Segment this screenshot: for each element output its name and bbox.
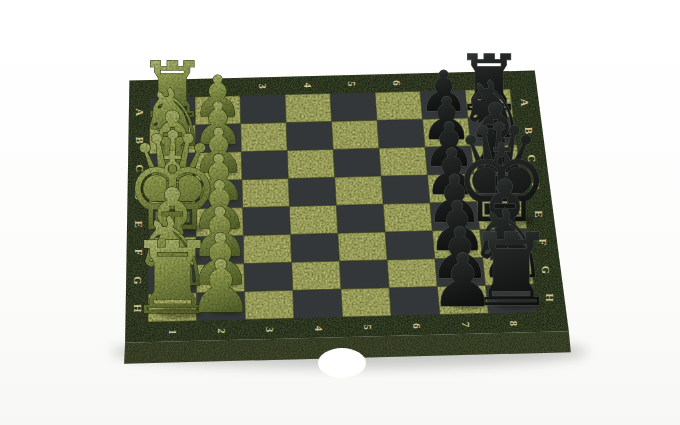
finger-notch [318, 348, 366, 378]
square-b5[interactable] [332, 120, 379, 149]
square-a6[interactable] [375, 91, 423, 120]
square-h5[interactable] [341, 288, 391, 317]
square-c4[interactable] [287, 149, 335, 178]
rank-label-top-6: 6 [391, 80, 402, 85]
rank-label-bottom-4: 4 [313, 326, 324, 332]
square-b4[interactable] [286, 121, 333, 150]
black-pawn-h7[interactable]: ♟ [430, 238, 495, 323]
rank-label-top-3: 3 [257, 84, 268, 89]
square-d5[interactable] [335, 176, 383, 205]
rank-label-bottom-3: 3 [264, 327, 275, 332]
square-g5[interactable] [339, 260, 389, 289]
white-pawn-h2[interactable]: ♟ [188, 244, 253, 329]
square-f4[interactable] [291, 233, 340, 262]
square-e5[interactable] [336, 204, 385, 233]
square-a3[interactable] [240, 95, 286, 124]
piece-glyph: ♟ [430, 238, 495, 323]
rank-label-top-4: 4 [302, 82, 313, 88]
square-g4[interactable] [292, 261, 341, 290]
piece-glyph: ♟ [188, 244, 253, 329]
square-b3[interactable] [241, 123, 288, 152]
square-d4[interactable] [288, 177, 336, 206]
square-a5[interactable] [330, 92, 377, 121]
rank-label-top-5: 5 [346, 81, 357, 86]
photo-stage: AABBCCDDEEFFGGHH1122334455667788♜♜♟♟♞♞♟♟… [0, 0, 680, 425]
square-c5[interactable] [333, 148, 381, 177]
square-f5[interactable] [338, 232, 387, 261]
square-e4[interactable] [289, 205, 337, 234]
rank-label-bottom-5: 5 [362, 324, 373, 329]
square-h4[interactable] [293, 289, 343, 318]
square-a4[interactable] [285, 94, 332, 123]
chess-set-photo: AABBCCDDEEFFGGHH1122334455667788♜♜♟♟♞♞♟♟… [0, 0, 680, 425]
rank-label-bottom-6: 6 [411, 323, 422, 328]
